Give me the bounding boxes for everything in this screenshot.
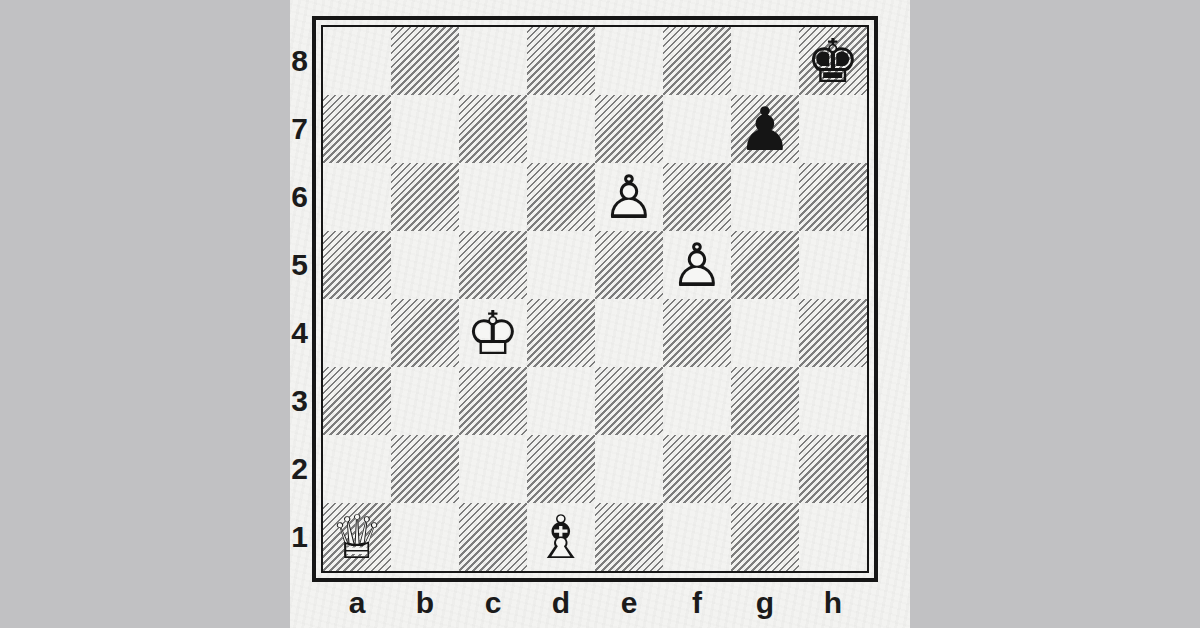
board-frame: ♚♟♟♙♟♙♚♔♛♕♝♗ (312, 16, 878, 582)
square-f8[interactable] (663, 27, 731, 95)
square-d6[interactable] (527, 163, 595, 231)
board-inner-border: ♚♟♟♙♟♙♚♔♛♕♝♗ (321, 25, 869, 573)
square-c1[interactable] (459, 503, 527, 571)
square-d7[interactable] (527, 95, 595, 163)
square-h7[interactable] (799, 95, 867, 163)
piece-black-king-h8: ♚ (799, 27, 867, 95)
square-d2[interactable] (527, 435, 595, 503)
square-d3[interactable] (527, 367, 595, 435)
diagram-panel: 87654321 ♚♟♟♙♟♙♚♔♛♕♝♗ abcdefgh (290, 0, 910, 628)
black-king-glyph: ♚ (799, 27, 867, 95)
rank-labels: 87654321 (290, 27, 308, 571)
square-a8[interactable] (323, 27, 391, 95)
white-queen-glyph: ♕ (323, 503, 391, 571)
square-b3[interactable] (391, 367, 459, 435)
square-f3[interactable] (663, 367, 731, 435)
rank-label-1: 1 (290, 503, 308, 571)
rank-label-3: 3 (290, 367, 308, 435)
piece-white-king-c4: ♚♔ (459, 299, 527, 367)
square-e3[interactable] (595, 367, 663, 435)
square-a4[interactable] (323, 299, 391, 367)
board-grid: ♚♟♟♙♟♙♚♔♛♕♝♗ (323, 27, 867, 571)
square-e2[interactable] (595, 435, 663, 503)
file-label-a: a (323, 582, 391, 624)
square-c5[interactable] (459, 231, 527, 299)
square-e8[interactable] (595, 27, 663, 95)
white-pawn-glyph: ♙ (663, 231, 731, 299)
square-a5[interactable] (323, 231, 391, 299)
rank-label-5: 5 (290, 231, 308, 299)
square-c4[interactable]: ♚♔ (459, 299, 527, 367)
square-g8[interactable] (731, 27, 799, 95)
black-pawn-glyph: ♟ (731, 95, 799, 163)
square-h2[interactable] (799, 435, 867, 503)
square-h8[interactable]: ♚ (799, 27, 867, 95)
square-f1[interactable] (663, 503, 731, 571)
square-h3[interactable] (799, 367, 867, 435)
square-a7[interactable] (323, 95, 391, 163)
square-c6[interactable] (459, 163, 527, 231)
square-g6[interactable] (731, 163, 799, 231)
white-pawn-glyph: ♙ (595, 163, 663, 231)
square-e1[interactable] (595, 503, 663, 571)
square-f6[interactable] (663, 163, 731, 231)
file-label-d: d (527, 582, 595, 624)
white-bishop-glyph: ♗ (527, 503, 595, 571)
piece-white-pawn-e6: ♟♙ (595, 163, 663, 231)
rank-label-7: 7 (290, 95, 308, 163)
chess-diagram-screenshot: 87654321 ♚♟♟♙♟♙♚♔♛♕♝♗ abcdefgh (0, 0, 1200, 628)
rank-label-8: 8 (290, 27, 308, 95)
square-h6[interactable] (799, 163, 867, 231)
file-label-f: f (663, 582, 731, 624)
square-g1[interactable] (731, 503, 799, 571)
square-c7[interactable] (459, 95, 527, 163)
square-h4[interactable] (799, 299, 867, 367)
square-b2[interactable] (391, 435, 459, 503)
right-gray-bar (910, 0, 1200, 628)
square-f7[interactable] (663, 95, 731, 163)
square-f5[interactable]: ♟♙ (663, 231, 731, 299)
square-d4[interactable] (527, 299, 595, 367)
piece-white-pawn-f5: ♟♙ (663, 231, 731, 299)
square-e5[interactable] (595, 231, 663, 299)
square-d8[interactable] (527, 27, 595, 95)
square-f2[interactable] (663, 435, 731, 503)
square-a1[interactable]: ♛♕ (323, 503, 391, 571)
square-h5[interactable] (799, 231, 867, 299)
square-g3[interactable] (731, 367, 799, 435)
piece-white-bishop-d1: ♝♗ (527, 503, 595, 571)
square-b5[interactable] (391, 231, 459, 299)
square-e7[interactable] (595, 95, 663, 163)
square-d1[interactable]: ♝♗ (527, 503, 595, 571)
left-gray-bar (0, 0, 290, 628)
file-label-e: e (595, 582, 663, 624)
piece-black-pawn-g7: ♟ (731, 95, 799, 163)
square-b6[interactable] (391, 163, 459, 231)
square-a2[interactable] (323, 435, 391, 503)
rank-label-4: 4 (290, 299, 308, 367)
rank-label-6: 6 (290, 163, 308, 231)
file-label-h: h (799, 582, 867, 624)
square-b8[interactable] (391, 27, 459, 95)
piece-white-queen-a1: ♛♕ (323, 503, 391, 571)
square-g4[interactable] (731, 299, 799, 367)
square-e6[interactable]: ♟♙ (595, 163, 663, 231)
square-h1[interactable] (799, 503, 867, 571)
square-g7[interactable]: ♟ (731, 95, 799, 163)
file-labels: abcdefgh (323, 582, 867, 624)
square-c2[interactable] (459, 435, 527, 503)
square-b1[interactable] (391, 503, 459, 571)
square-f4[interactable] (663, 299, 731, 367)
square-e4[interactable] (595, 299, 663, 367)
file-label-g: g (731, 582, 799, 624)
rank-label-2: 2 (290, 435, 308, 503)
square-c8[interactable] (459, 27, 527, 95)
square-d5[interactable] (527, 231, 595, 299)
square-g5[interactable] (731, 231, 799, 299)
square-a6[interactable] (323, 163, 391, 231)
white-king-glyph: ♔ (459, 299, 527, 367)
square-a3[interactable] (323, 367, 391, 435)
square-b7[interactable] (391, 95, 459, 163)
file-label-c: c (459, 582, 527, 624)
square-g2[interactable] (731, 435, 799, 503)
square-c3[interactable] (459, 367, 527, 435)
square-b4[interactable] (391, 299, 459, 367)
file-label-b: b (391, 582, 459, 624)
